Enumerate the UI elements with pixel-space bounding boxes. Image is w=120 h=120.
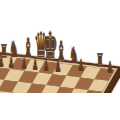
board-rim — [0, 52, 120, 93]
chess-set-photo: ♜♞♝♛♚♝♞♜♟♟♟♟♟♟♟♟ — [0, 0, 120, 120]
chess-board — [0, 55, 118, 93]
board-photo-area — [0, 25, 120, 93]
